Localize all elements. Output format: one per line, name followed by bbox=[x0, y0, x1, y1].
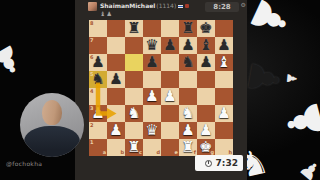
white-pawn-f2[interactable]: ♟ bbox=[181, 122, 194, 139]
square-b3[interactable] bbox=[107, 105, 125, 122]
square-g6[interactable]: ♟ bbox=[197, 54, 215, 71]
decor-white-piece-top-right-icon: ♟ bbox=[241, 0, 298, 45]
square-b1[interactable]: b bbox=[107, 139, 125, 156]
decor-black-piece-right-icon: ♟ bbox=[241, 57, 287, 99]
board-area: 8♜♜♚7♛♟♟♝♟6♟♟♞♟♝5♞♟4♟♟3♟♞♞♟2♟♛♟♟1abc♜def… bbox=[89, 20, 233, 156]
square-c7[interactable] bbox=[125, 37, 143, 54]
square-g2[interactable]: ♟ bbox=[197, 122, 215, 139]
video-frame: ♟ ♟ ♟ ♟ ♟ ♞ ♟ ShaimanMichael(1114) ♝♟ 8:… bbox=[0, 0, 320, 180]
black-pawn-e7[interactable]: ♟ bbox=[163, 37, 176, 54]
square-c2[interactable] bbox=[125, 122, 143, 139]
top-player-name[interactable]: ShaimanMichael(1114) bbox=[100, 2, 189, 9]
square-g5[interactable] bbox=[197, 71, 215, 88]
square-a8[interactable]: 8 bbox=[89, 20, 107, 37]
streamer-face bbox=[42, 100, 62, 125]
white-pawn-g2[interactable]: ♟ bbox=[199, 122, 212, 139]
square-f5[interactable] bbox=[179, 71, 197, 88]
square-e4[interactable]: ♟ bbox=[161, 88, 179, 105]
square-f8[interactable]: ♜ bbox=[179, 20, 197, 37]
black-rook-c8[interactable]: ♜ bbox=[127, 20, 140, 37]
decor-white-piece-small-right-icon: ♟ bbox=[285, 72, 299, 85]
square-f2[interactable]: ♟ bbox=[179, 122, 197, 139]
square-c4[interactable] bbox=[125, 88, 143, 105]
square-d2[interactable]: ♛ bbox=[143, 122, 161, 139]
bottom-player-time: 7:32 bbox=[216, 158, 238, 168]
black-king-g8[interactable]: ♚ bbox=[199, 20, 212, 37]
square-e8[interactable] bbox=[161, 20, 179, 37]
settings-gear-icon[interactable]: ⚙ bbox=[241, 2, 246, 8]
white-queen-d2[interactable]: ♛ bbox=[145, 122, 158, 139]
white-pawn-e4[interactable]: ♟ bbox=[163, 88, 176, 105]
square-h6[interactable]: ♝ bbox=[215, 54, 233, 71]
square-g1[interactable]: g♚ bbox=[197, 139, 215, 156]
top-player-rating: (1114) bbox=[156, 2, 176, 9]
square-e1[interactable]: e bbox=[161, 139, 179, 156]
black-queen-d7[interactable]: ♛ bbox=[145, 37, 158, 54]
square-c5[interactable] bbox=[125, 71, 143, 88]
square-f7[interactable]: ♟ bbox=[179, 37, 197, 54]
white-pawn-b2[interactable]: ♟ bbox=[109, 122, 122, 139]
square-h2[interactable] bbox=[215, 122, 233, 139]
square-a2[interactable]: 2 bbox=[89, 122, 107, 139]
top-player-avatar[interactable] bbox=[88, 2, 97, 11]
black-knight-f6[interactable]: ♞ bbox=[181, 54, 194, 71]
black-pawn-g6[interactable]: ♟ bbox=[199, 54, 212, 71]
decor-white-piece-lower-right-icon: ♟ bbox=[277, 95, 320, 147]
square-a7[interactable]: 7 bbox=[89, 37, 107, 54]
clock-icon bbox=[205, 160, 212, 167]
decor-white-piece-top-left-icon: ♟ bbox=[0, 39, 29, 84]
streamer-body bbox=[24, 126, 80, 157]
white-knight-c3[interactable]: ♞ bbox=[127, 105, 140, 122]
square-d6[interactable]: ♟ bbox=[143, 54, 161, 71]
square-b4[interactable] bbox=[107, 88, 125, 105]
square-b8[interactable] bbox=[107, 20, 125, 37]
square-b7[interactable] bbox=[107, 37, 125, 54]
top-player-badge-icon bbox=[185, 4, 189, 8]
black-rook-f8[interactable]: ♜ bbox=[181, 20, 194, 37]
square-d1[interactable]: d bbox=[143, 139, 161, 156]
game-panel: ShaimanMichael(1114) ♝♟ 8:28 ⚙ 8♜♜♚7♛♟♟♝… bbox=[75, 0, 247, 180]
square-h5[interactable] bbox=[215, 71, 233, 88]
decor-white-piece-corner-icon: ♟ bbox=[295, 156, 320, 180]
square-f6[interactable]: ♞ bbox=[179, 54, 197, 71]
square-h7[interactable]: ♟ bbox=[215, 37, 233, 54]
square-h8[interactable] bbox=[215, 20, 233, 37]
square-h1[interactable]: h bbox=[215, 139, 233, 156]
channel-handle: @fochokha bbox=[6, 160, 42, 167]
chess-board[interactable]: 8♜♜♚7♛♟♟♝♟6♟♟♞♟♝5♞♟4♟♟3♟♞♞♟2♟♛♟♟1abc♜def… bbox=[89, 20, 233, 156]
webcam-overlay bbox=[20, 93, 84, 157]
square-c1[interactable]: c♜ bbox=[125, 139, 143, 156]
square-a1[interactable]: 1a bbox=[89, 139, 107, 156]
square-g7[interactable]: ♝ bbox=[197, 37, 215, 54]
white-pawn-d4[interactable]: ♟ bbox=[145, 88, 158, 105]
square-e6[interactable] bbox=[161, 54, 179, 71]
square-a5[interactable]: 5♞ bbox=[89, 71, 107, 88]
black-pawn-b5[interactable]: ♟ bbox=[109, 71, 122, 88]
white-knight-f3[interactable]: ♞ bbox=[181, 105, 194, 122]
square-d8[interactable] bbox=[143, 20, 161, 37]
square-b5[interactable]: ♟ bbox=[107, 71, 125, 88]
square-c6[interactable] bbox=[125, 54, 143, 71]
square-d4[interactable]: ♟ bbox=[143, 88, 161, 105]
square-e2[interactable] bbox=[161, 122, 179, 139]
square-g3[interactable] bbox=[197, 105, 215, 122]
white-bishop-h6[interactable]: ♝ bbox=[217, 54, 230, 71]
square-f3[interactable]: ♞ bbox=[179, 105, 197, 122]
black-pawn-d6[interactable]: ♟ bbox=[145, 54, 158, 71]
white-pawn-h3[interactable]: ♟ bbox=[217, 105, 230, 122]
square-d5[interactable] bbox=[143, 71, 161, 88]
square-e5[interactable] bbox=[161, 71, 179, 88]
top-player-clock: 8:28 bbox=[205, 2, 239, 12]
top-player-captured-pieces: ♝♟ bbox=[100, 10, 113, 17]
square-d7[interactable]: ♛ bbox=[143, 37, 161, 54]
square-a4[interactable]: 4 bbox=[89, 88, 107, 105]
white-rook-f1[interactable]: ♜ bbox=[181, 139, 194, 156]
square-b2[interactable]: ♟ bbox=[107, 122, 125, 139]
square-d3[interactable] bbox=[143, 105, 161, 122]
square-h3[interactable]: ♟ bbox=[215, 105, 233, 122]
square-b6[interactable] bbox=[107, 54, 125, 71]
top-player-username[interactable]: ShaimanMichael bbox=[100, 2, 155, 9]
square-c8[interactable]: ♜ bbox=[125, 20, 143, 37]
black-bishop-g7[interactable]: ♝ bbox=[199, 37, 212, 54]
square-g4[interactable] bbox=[197, 88, 215, 105]
top-player-bar: ShaimanMichael(1114) ♝♟ 8:28 ⚙ bbox=[75, 0, 247, 20]
square-a6[interactable]: 6♟ bbox=[89, 54, 107, 71]
black-pawn-h7[interactable]: ♟ bbox=[217, 37, 230, 54]
square-h4[interactable] bbox=[215, 88, 233, 105]
square-g8[interactable]: ♚ bbox=[197, 20, 215, 37]
square-f1[interactable]: f♜ bbox=[179, 139, 197, 156]
square-e7[interactable]: ♟ bbox=[161, 37, 179, 54]
bottom-player-clock: 7:32 bbox=[195, 155, 243, 171]
square-a3[interactable]: 3♟ bbox=[89, 105, 107, 122]
top-player-flag-icon bbox=[178, 5, 183, 8]
square-c3[interactable]: ♞ bbox=[125, 105, 143, 122]
square-e3[interactable] bbox=[161, 105, 179, 122]
black-pawn-f7[interactable]: ♟ bbox=[181, 37, 194, 54]
square-f4[interactable] bbox=[179, 88, 197, 105]
